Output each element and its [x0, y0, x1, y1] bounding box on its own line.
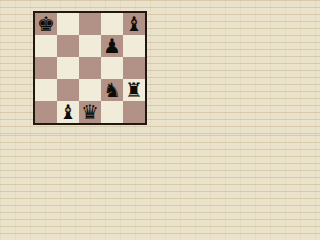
black-bishop-piece[interactable]: ♝: [123, 13, 145, 35]
board-square-b4[interactable]: [57, 35, 79, 57]
board-square-b5[interactable]: [57, 13, 79, 35]
board-square-c3[interactable]: [79, 57, 101, 79]
board-square-c4[interactable]: [79, 35, 101, 57]
board-square-b2[interactable]: [57, 79, 79, 101]
board-square-e4[interactable]: [123, 35, 145, 57]
black-pawn-piece[interactable]: ♟: [101, 35, 123, 57]
board-square-d1[interactable]: [101, 101, 123, 123]
board-square-b1[interactable]: ♝: [57, 101, 79, 123]
board-square-a3[interactable]: [35, 57, 57, 79]
board-square-c2[interactable]: [79, 79, 101, 101]
board-square-c1[interactable]: ♛: [79, 101, 101, 123]
black-king-piece[interactable]: ♚: [35, 13, 57, 35]
board-square-e2[interactable]: ♜: [123, 79, 145, 101]
board-square-d2[interactable]: ♞: [101, 79, 123, 101]
board-square-a2[interactable]: [35, 79, 57, 101]
board-square-b3[interactable]: [57, 57, 79, 79]
board-square-d4[interactable]: ♟: [101, 35, 123, 57]
board-square-d5[interactable]: [101, 13, 123, 35]
board-square-d3[interactable]: [101, 57, 123, 79]
board-square-e3[interactable]: [123, 57, 145, 79]
board-square-a5[interactable]: ♚: [35, 13, 57, 35]
board-square-a1[interactable]: [35, 101, 57, 123]
board-square-a4[interactable]: [35, 35, 57, 57]
black-rook-piece[interactable]: ♜: [123, 79, 145, 101]
board-square-c5[interactable]: [79, 13, 101, 35]
black-queen-piece[interactable]: ♛: [79, 101, 101, 123]
board-square-e1[interactable]: [123, 101, 145, 123]
board-square-e5[interactable]: ♝: [123, 13, 145, 35]
black-bishop-piece[interactable]: ♝: [57, 101, 79, 123]
black-knight-piece[interactable]: ♞: [101, 79, 123, 101]
chess-board: ♚♝♟♞♜♝♛: [33, 11, 147, 125]
desktop-background: { "game": "chess", "board": { "type": "m…: [0, 0, 180, 135]
